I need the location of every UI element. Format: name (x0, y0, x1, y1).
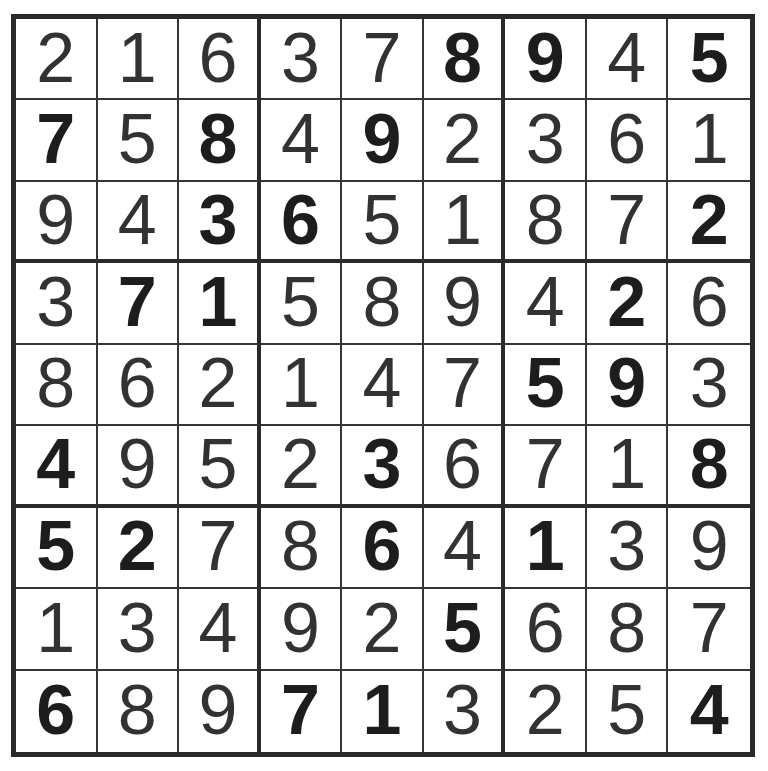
solved-digit: 8 (118, 675, 157, 745)
given-digit: 6 (281, 185, 320, 255)
cell-r8c3[interactable]: 4 (179, 589, 261, 670)
solved-digit: 1 (281, 348, 320, 418)
cell-r6c8[interactable]: 1 (587, 426, 669, 507)
solved-digit: 7 (443, 348, 482, 418)
cell-r3c1[interactable]: 9 (16, 182, 98, 263)
given-digit: 4 (36, 429, 75, 499)
solved-digit: 2 (363, 593, 402, 663)
solved-digit: 4 (526, 267, 565, 337)
cell-r5c8[interactable]: 9 (587, 345, 669, 426)
solved-digit: 1 (118, 23, 157, 93)
solved-digit: 7 (690, 593, 729, 663)
cell-r2c7[interactable]: 3 (505, 100, 587, 181)
solved-digit: 3 (607, 511, 646, 581)
cell-r9c3[interactable]: 9 (179, 671, 261, 752)
cell-r5c7[interactable]: 5 (505, 345, 587, 426)
solved-digit: 7 (526, 429, 565, 499)
solved-digit: 7 (607, 185, 646, 255)
cell-r8c8[interactable]: 8 (587, 589, 669, 670)
cell-r6c2[interactable]: 9 (98, 426, 180, 507)
solved-digit: 9 (281, 593, 320, 663)
cell-r7c7[interactable]: 1 (505, 508, 587, 589)
given-digit: 1 (363, 675, 402, 745)
given-digit: 3 (198, 185, 237, 255)
solved-digit: 5 (281, 267, 320, 337)
cell-r5c1[interactable]: 8 (16, 345, 98, 426)
solved-digit: 5 (607, 675, 646, 745)
given-digit: 9 (607, 348, 646, 418)
cell-r9c7[interactable]: 2 (505, 671, 587, 752)
cell-r7c5[interactable]: 6 (342, 508, 424, 589)
cell-r1c9[interactable]: 5 (668, 19, 750, 100)
given-digit: 6 (36, 675, 75, 745)
cell-r6c5[interactable]: 3 (342, 426, 424, 507)
solved-digit: 3 (443, 675, 482, 745)
cell-r2c4[interactable]: 4 (261, 100, 343, 181)
cell-r4c8[interactable]: 2 (587, 263, 669, 344)
cell-r6c6[interactable]: 6 (424, 426, 506, 507)
solved-digit: 9 (198, 675, 237, 745)
given-digit: 2 (607, 267, 646, 337)
cell-r2c5[interactable]: 9 (342, 100, 424, 181)
cell-r1c1[interactable]: 2 (16, 19, 98, 100)
solved-digit: 9 (690, 511, 729, 581)
solved-digit: 8 (363, 267, 402, 337)
solved-digit: 8 (526, 185, 565, 255)
cell-r4c5[interactable]: 8 (342, 263, 424, 344)
solved-digit: 4 (118, 185, 157, 255)
solved-digit: 4 (443, 511, 482, 581)
solved-digit: 6 (118, 348, 157, 418)
solved-digit: 4 (281, 104, 320, 174)
cell-r9c5[interactable]: 1 (342, 671, 424, 752)
cell-r8c7[interactable]: 6 (505, 589, 587, 670)
cell-r4c6[interactable]: 9 (424, 263, 506, 344)
cell-r2c8[interactable]: 6 (587, 100, 669, 181)
cell-r7c3[interactable]: 7 (179, 508, 261, 589)
solved-digit: 3 (118, 593, 157, 663)
cell-r2c1[interactable]: 7 (16, 100, 98, 181)
given-digit: 7 (281, 675, 320, 745)
solved-digit: 6 (607, 104, 646, 174)
cell-r7c9[interactable]: 9 (668, 508, 750, 589)
solved-digit: 9 (118, 429, 157, 499)
cell-r7c2[interactable]: 2 (98, 508, 180, 589)
cell-r9c9[interactable]: 4 (668, 671, 750, 752)
cell-r4c4[interactable]: 5 (261, 263, 343, 344)
cell-r5c6[interactable]: 7 (424, 345, 506, 426)
given-digit: 5 (526, 348, 565, 418)
cell-r3c6[interactable]: 1 (424, 182, 506, 263)
solved-digit: 6 (526, 593, 565, 663)
solved-digit: 2 (443, 104, 482, 174)
cell-r4c1[interactable]: 3 (16, 263, 98, 344)
cell-r8c1[interactable]: 1 (16, 589, 98, 670)
solved-digit: 3 (690, 348, 729, 418)
solved-digit: 6 (443, 429, 482, 499)
given-digit: 8 (690, 429, 729, 499)
cell-r6c3[interactable]: 5 (179, 426, 261, 507)
cell-r3c8[interactable]: 7 (587, 182, 669, 263)
given-digit: 5 (443, 593, 482, 663)
cell-r9c8[interactable]: 5 (587, 671, 669, 752)
cell-r1c8[interactable]: 4 (587, 19, 669, 100)
cell-r5c4[interactable]: 1 (261, 345, 343, 426)
given-digit: 5 (36, 511, 75, 581)
solved-digit: 1 (443, 185, 482, 255)
cell-r3c3[interactable]: 3 (179, 182, 261, 263)
cell-r3c7[interactable]: 8 (505, 182, 587, 263)
cell-r9c2[interactable]: 8 (98, 671, 180, 752)
given-digit: 2 (690, 185, 729, 255)
solved-digit: 4 (607, 23, 646, 93)
cell-r9c4[interactable]: 7 (261, 671, 343, 752)
cell-r7c6[interactable]: 4 (424, 508, 506, 589)
solved-digit: 8 (607, 593, 646, 663)
cell-r1c5[interactable]: 7 (342, 19, 424, 100)
solved-digit: 7 (198, 511, 237, 581)
solved-digit: 3 (526, 104, 565, 174)
cell-r8c2[interactable]: 3 (98, 589, 180, 670)
cell-r8c5[interactable]: 2 (342, 589, 424, 670)
solved-digit: 5 (198, 429, 237, 499)
solved-digit: 9 (443, 267, 482, 337)
cell-r3c5[interactable]: 5 (342, 182, 424, 263)
cell-r2c9[interactable]: 1 (668, 100, 750, 181)
given-digit: 4 (690, 675, 729, 745)
solved-digit: 1 (690, 104, 729, 174)
solved-digit: 1 (36, 593, 75, 663)
solved-digit: 9 (36, 185, 75, 255)
cell-r3c2[interactable]: 4 (98, 182, 180, 263)
cell-r5c9[interactable]: 3 (668, 345, 750, 426)
cell-r6c4[interactable]: 2 (261, 426, 343, 507)
solved-digit: 6 (198, 23, 237, 93)
solved-digit: 1 (607, 429, 646, 499)
cell-r3c4[interactable]: 6 (261, 182, 343, 263)
given-digit: 1 (198, 267, 237, 337)
solved-digit: 2 (198, 348, 237, 418)
cell-r2c3[interactable]: 8 (179, 100, 261, 181)
given-digit: 7 (36, 104, 75, 174)
cell-r7c8[interactable]: 3 (587, 508, 669, 589)
solved-digit: 4 (363, 348, 402, 418)
cell-r8c6[interactable]: 5 (424, 589, 506, 670)
cell-r5c2[interactable]: 6 (98, 345, 180, 426)
cell-r6c7[interactable]: 7 (505, 426, 587, 507)
given-digit: 6 (363, 511, 402, 581)
solved-digit: 5 (118, 104, 157, 174)
solved-digit: 4 (198, 593, 237, 663)
given-digit: 8 (198, 104, 237, 174)
cell-r5c5[interactable]: 4 (342, 345, 424, 426)
given-digit: 1 (526, 511, 565, 581)
sudoku-board: 2163789457584923619436518723715894268621… (11, 14, 755, 757)
solved-digit: 2 (36, 23, 75, 93)
cell-r1c7[interactable]: 9 (505, 19, 587, 100)
cell-r4c9[interactable]: 6 (668, 263, 750, 344)
cell-r1c3[interactable]: 6 (179, 19, 261, 100)
given-digit: 5 (690, 23, 729, 93)
solved-digit: 6 (690, 267, 729, 337)
cell-r3c9[interactable]: 2 (668, 182, 750, 263)
cell-r1c4[interactable]: 3 (261, 19, 343, 100)
solved-digit: 2 (281, 429, 320, 499)
cell-r4c3[interactable]: 1 (179, 263, 261, 344)
solved-digit: 8 (36, 348, 75, 418)
cell-r8c9[interactable]: 7 (668, 589, 750, 670)
given-digit: 2 (118, 511, 157, 581)
cell-r2c2[interactable]: 5 (98, 100, 180, 181)
cell-r5c3[interactable]: 2 (179, 345, 261, 426)
solved-digit: 3 (281, 23, 320, 93)
cell-r6c9[interactable]: 8 (668, 426, 750, 507)
given-digit: 9 (526, 23, 565, 93)
cell-r4c7[interactable]: 4 (505, 263, 587, 344)
cell-r4c2[interactable]: 7 (98, 263, 180, 344)
given-digit: 8 (443, 23, 482, 93)
solved-digit: 5 (363, 185, 402, 255)
cell-r6c1[interactable]: 4 (16, 426, 98, 507)
given-digit: 3 (363, 429, 402, 499)
cell-r1c6[interactable]: 8 (424, 19, 506, 100)
cell-r2c6[interactable]: 2 (424, 100, 506, 181)
cell-r7c4[interactable]: 8 (261, 508, 343, 589)
solved-digit: 7 (363, 23, 402, 93)
cell-r8c4[interactable]: 9 (261, 589, 343, 670)
cell-r9c6[interactable]: 3 (424, 671, 506, 752)
solved-digit: 3 (36, 267, 75, 337)
cell-r7c1[interactable]: 5 (16, 508, 98, 589)
cell-r9c1[interactable]: 6 (16, 671, 98, 752)
given-digit: 7 (118, 267, 157, 337)
solved-digit: 2 (526, 675, 565, 745)
given-digit: 9 (363, 104, 402, 174)
solved-digit: 8 (281, 511, 320, 581)
cell-r1c2[interactable]: 1 (98, 19, 180, 100)
